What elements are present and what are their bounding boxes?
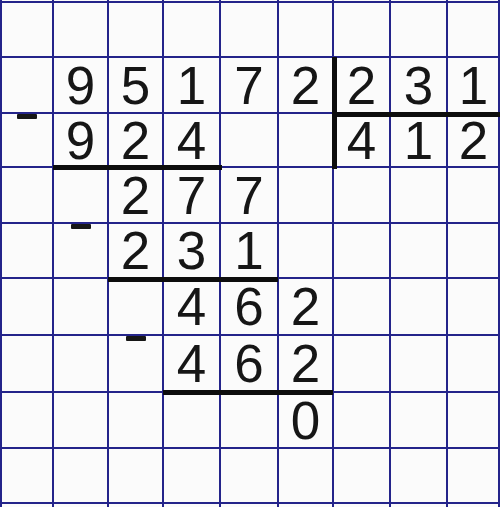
minus-sign <box>17 114 37 119</box>
digit-cell: 3 <box>163 223 220 278</box>
digit-cell: 2 <box>108 167 163 223</box>
subtraction-underline-3 <box>163 390 333 395</box>
digit-cell: 1 <box>220 223 278 278</box>
digit-cell: 6 <box>220 335 278 392</box>
digit-cell: 2 <box>278 278 333 335</box>
digit-cell: 4 <box>163 278 220 335</box>
digit-cell: 2 <box>447 113 500 167</box>
digit-cell: 2 <box>278 57 333 113</box>
digit-cell: 2 <box>108 113 163 167</box>
digit-cell: 3 <box>390 57 447 113</box>
grid-line-horizontal <box>0 1 500 3</box>
digit-cell: 4 <box>333 113 390 167</box>
subtraction-underline-2 <box>108 277 278 282</box>
grid-line-horizontal <box>0 502 500 504</box>
digit-cell: 7 <box>220 57 278 113</box>
digit-cell: 2 <box>278 335 333 392</box>
grid-line-vertical <box>0 0 2 507</box>
digit-cell: 9 <box>53 57 108 113</box>
digit-cell: 1 <box>163 57 220 113</box>
digit-cell: 6 <box>220 278 278 335</box>
minus-sign <box>71 224 91 229</box>
digit-cell: 1 <box>390 113 447 167</box>
division-corner-horizontal-line <box>333 112 500 117</box>
digit-cell: 7 <box>220 167 278 223</box>
digit-cell: 1 <box>447 57 500 113</box>
digit-cell: 4 <box>163 335 220 392</box>
digit-cell: 9 <box>53 113 108 167</box>
digit-cell: 7 <box>163 167 220 223</box>
subtraction-underline-1 <box>53 165 222 170</box>
digit-cell: 2 <box>333 57 390 113</box>
grid-line-horizontal <box>0 447 500 449</box>
minus-sign <box>126 336 146 341</box>
digit-cell: 0 <box>278 392 333 448</box>
squared-paper-board: 951722319244122772314624620 <box>0 0 500 507</box>
digit-cell: 5 <box>108 57 163 113</box>
digit-cell: 4 <box>163 113 220 167</box>
digit-cell: 2 <box>108 223 163 278</box>
